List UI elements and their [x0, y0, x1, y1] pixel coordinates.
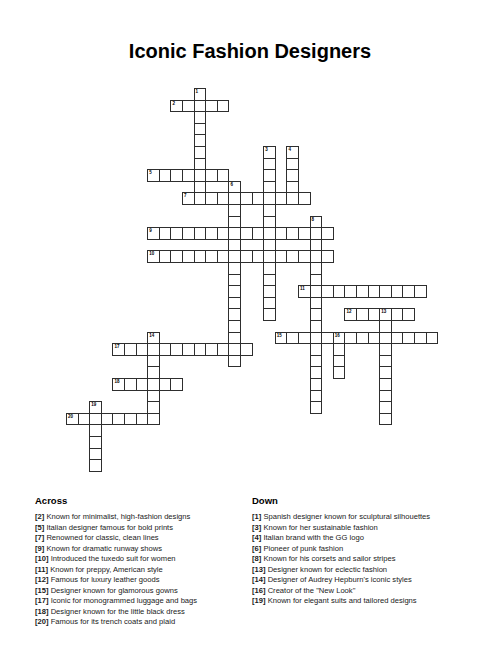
- clue-number: 9: [149, 229, 152, 234]
- grid-cell[interactable]: 7: [182, 192, 195, 205]
- clue-item: [2] Known for minimalist, high-fashion d…: [35, 512, 260, 523]
- clue-number: 13: [381, 310, 386, 315]
- clue-number: 20: [68, 415, 73, 420]
- grid-cell[interactable]: [321, 250, 334, 263]
- clue-item: [3] Known for her sustainable fashion: [252, 523, 477, 534]
- across-clues-section: Across [2] Known for minimalist, high-fa…: [35, 495, 260, 628]
- clue-item-number: [19]: [252, 596, 268, 605]
- grid-cell[interactable]: [136, 343, 149, 356]
- clue-item-number: [20]: [35, 617, 51, 626]
- grid-cell[interactable]: [136, 413, 149, 426]
- across-header: Across: [35, 495, 260, 506]
- clue-item-number: [11]: [35, 565, 50, 574]
- clue-item: [13] Designer known for eclectic fashion: [252, 565, 477, 576]
- clue-item-number: [5]: [35, 523, 46, 532]
- grid-cell[interactable]: [217, 227, 230, 240]
- clue-item: [10] Introduced the tuxedo suit for wome…: [35, 554, 260, 565]
- clue-number: 14: [149, 334, 154, 339]
- clue-item-number: [7]: [35, 533, 46, 542]
- grid-cell[interactable]: [310, 401, 323, 414]
- clue-item: [5] Italian designer famous for bold pri…: [35, 523, 260, 534]
- clue-item: [9] Known for dramatic runway shows: [35, 544, 260, 555]
- clue-item: [7] Renowned for classic, clean lines: [35, 533, 260, 544]
- clue-item-number: [10]: [35, 554, 51, 563]
- grid-cell[interactable]: [217, 343, 230, 356]
- clue-item-number: [13]: [252, 565, 268, 574]
- clue-item: [4] Italian brand with the GG logo: [252, 533, 477, 544]
- grid-cell[interactable]: [298, 227, 311, 240]
- clue-item: [11] Known for preppy, American style: [35, 565, 260, 576]
- grid-cell[interactable]: [252, 250, 265, 263]
- grid-cell[interactable]: [275, 192, 288, 205]
- clue-item: [12] Famous for luxury leather goods: [35, 575, 260, 586]
- clue-item-number: [6]: [252, 544, 263, 553]
- clue-item-number: [15]: [35, 586, 51, 595]
- clue-number: 1: [196, 90, 199, 95]
- grid-cell[interactable]: [147, 413, 160, 426]
- grid-cell[interactable]: [414, 285, 427, 298]
- clue-number: 19: [91, 403, 96, 408]
- crossword-grid[interactable]: 1234567891011121314151617181920: [0, 0, 500, 500]
- clue-item-number: [4]: [252, 533, 263, 542]
- grid-cell[interactable]: [228, 355, 241, 368]
- down-clues-list: [1] Spanish designer known for sculptura…: [252, 512, 477, 607]
- clue-item-number: [12]: [35, 575, 51, 584]
- clue-item-number: [3]: [252, 523, 263, 532]
- grid-cell[interactable]: [426, 332, 439, 345]
- down-clues-section: Down [1] Spanish designer known for scul…: [252, 495, 477, 607]
- clue-item: [20] Famous for its trench coats and pla…: [35, 617, 260, 628]
- grid-cell[interactable]: [240, 343, 253, 356]
- clue-item: [6] Pioneer of punk fashion: [252, 544, 477, 555]
- clue-number: 6: [230, 183, 233, 188]
- clue-number: 17: [114, 345, 119, 350]
- grid-cell[interactable]: [136, 378, 149, 391]
- grid-cell[interactable]: [170, 378, 183, 391]
- grid-cell[interactable]: [321, 227, 334, 240]
- grid-cell[interactable]: [217, 192, 230, 205]
- grid-cell[interactable]: [298, 250, 311, 263]
- clue-item: [14] Designer of Audrey Hepburn's iconic…: [252, 575, 477, 586]
- clue-number: 8: [312, 218, 315, 223]
- clue-item: [17] Iconic for monogrammed luggage and …: [35, 596, 260, 607]
- grid-cell[interactable]: [402, 308, 415, 321]
- clue-number: 12: [346, 310, 351, 315]
- grid-cell[interactable]: [263, 308, 276, 321]
- clue-item-number: [14]: [252, 575, 268, 584]
- clue-number: 10: [149, 252, 154, 257]
- clue-item-number: [16]: [252, 586, 268, 595]
- clue-item-number: [18]: [35, 607, 51, 616]
- grid-cell[interactable]: [217, 250, 230, 263]
- clue-item-number: [2]: [35, 512, 46, 521]
- clue-item: [15] Designer known for glamorous gowns: [35, 586, 260, 597]
- grid-cell[interactable]: [252, 192, 265, 205]
- clue-number: 5: [149, 171, 152, 176]
- grid-cell[interactable]: [368, 332, 381, 345]
- grid-cell[interactable]: [182, 100, 195, 113]
- clue-number: 18: [114, 380, 119, 385]
- clue-item: [1] Spanish designer known for sculptura…: [252, 512, 477, 523]
- grid-cell[interactable]: [89, 459, 102, 472]
- clue-item-number: [8]: [252, 554, 263, 563]
- clue-number: 7: [184, 194, 187, 199]
- clue-number: 3: [265, 148, 268, 153]
- clue-number: 2: [172, 102, 175, 107]
- clue-item: [16] Creator of the "New Look": [252, 586, 477, 597]
- grid-cell[interactable]: [217, 100, 230, 113]
- grid-cell[interactable]: [252, 227, 265, 240]
- grid-cell[interactable]: [78, 413, 91, 426]
- clue-number: 4: [288, 148, 291, 153]
- grid-cell[interactable]: [182, 169, 195, 182]
- clue-item: [8] Known for his corsets and sailor str…: [252, 554, 477, 565]
- clue-item-number: [9]: [35, 544, 46, 553]
- clue-number: 15: [277, 334, 282, 339]
- clue-item: [19] Known for elegant suits and tailore…: [252, 596, 477, 607]
- down-header: Down: [252, 495, 477, 506]
- grid-cell[interactable]: [298, 192, 311, 205]
- crossword-worksheet: Iconic Fashion Designers 123456789101112…: [0, 0, 500, 647]
- grid-cell[interactable]: [298, 332, 311, 345]
- across-clues-list: [2] Known for minimalist, high-fashion d…: [35, 512, 260, 628]
- clue-number: 11: [300, 287, 305, 292]
- grid-cell[interactable]: [333, 366, 346, 379]
- clue-item-number: [1]: [252, 512, 263, 521]
- clue-item-number: [17]: [35, 596, 51, 605]
- clue-item: [18] Designer known for the little black…: [35, 607, 260, 618]
- grid-cell[interactable]: [379, 413, 392, 426]
- clue-number: 16: [335, 334, 340, 339]
- grid-cell[interactable]: 11: [298, 285, 311, 298]
